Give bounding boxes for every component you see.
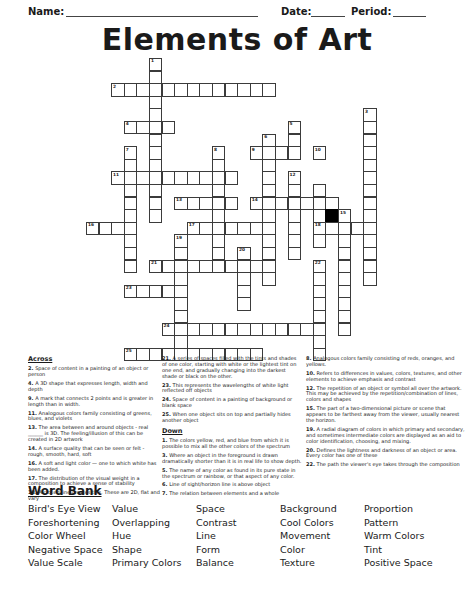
grid-cell[interactable] bbox=[325, 197, 338, 210]
grid-cell[interactable] bbox=[338, 310, 351, 323]
grid-cell[interactable] bbox=[363, 171, 376, 184]
grid-cell[interactable] bbox=[149, 96, 162, 109]
grid-cell[interactable] bbox=[124, 159, 137, 172]
grid-cell[interactable] bbox=[149, 146, 162, 159]
grid-cell[interactable] bbox=[149, 197, 162, 210]
page-title: Elements of Art bbox=[0, 22, 474, 57]
grid-cell[interactable] bbox=[262, 184, 275, 197]
clues-column-2: 21. A series of spaces filled with the t… bbox=[162, 356, 302, 500]
date-label: Date: bbox=[281, 6, 312, 17]
grid-cell[interactable] bbox=[187, 260, 200, 273]
grid-cell[interactable] bbox=[225, 83, 238, 96]
cell-number: 17 bbox=[189, 223, 195, 227]
grid-cell[interactable] bbox=[313, 184, 326, 197]
grid-cell[interactable] bbox=[212, 323, 225, 336]
grid-cell[interactable] bbox=[262, 197, 275, 210]
cell-number: 8 bbox=[214, 148, 217, 152]
grid-cell[interactable] bbox=[313, 234, 326, 247]
grid-cell[interactable] bbox=[313, 310, 326, 323]
date-input-line[interactable] bbox=[311, 4, 345, 17]
grid-cell[interactable] bbox=[212, 209, 225, 222]
worksheet: { "game": "crossword", "title": "Element… bbox=[0, 0, 474, 613]
grid-cell[interactable] bbox=[313, 335, 326, 348]
clue-5-down: 5. The name of any color as found in its… bbox=[162, 468, 302, 480]
grid-cell[interactable] bbox=[363, 184, 376, 197]
grid-cell[interactable] bbox=[313, 197, 326, 210]
grid-cell[interactable] bbox=[338, 285, 351, 298]
grid-cell[interactable] bbox=[237, 83, 250, 96]
grid-cell[interactable] bbox=[275, 146, 288, 159]
clues-column-1: Across 2. Space of content in a painting… bbox=[28, 356, 160, 505]
word-bank-column: Bird's Eye ViewForeshorteningColor Wheel… bbox=[28, 502, 112, 570]
grid-cell[interactable] bbox=[313, 323, 326, 336]
grid-cell[interactable] bbox=[212, 197, 225, 210]
grid-cell[interactable] bbox=[288, 146, 301, 159]
grid-cell[interactable] bbox=[262, 260, 275, 273]
grid-cell[interactable] bbox=[136, 171, 149, 184]
grid-cell[interactable] bbox=[363, 209, 376, 222]
grid-cell[interactable] bbox=[99, 222, 112, 235]
grid-cell[interactable]: 15 bbox=[338, 209, 351, 222]
word-bank-item: Line bbox=[196, 529, 280, 543]
grid-cell[interactable] bbox=[275, 197, 288, 210]
grid-cell[interactable] bbox=[149, 184, 162, 197]
grid-cell[interactable]: 23 bbox=[124, 285, 137, 298]
grid-cell[interactable] bbox=[174, 83, 187, 96]
word-bank-item: Form bbox=[196, 543, 280, 557]
clue-16-across: 16. A soft and light color — one to whic… bbox=[28, 461, 160, 473]
grid-cell[interactable] bbox=[237, 285, 250, 298]
grid-cell[interactable] bbox=[187, 323, 200, 336]
word-bank: Bird's Eye ViewForeshorteningColor Wheel… bbox=[28, 502, 458, 570]
grid-cell[interactable] bbox=[338, 222, 351, 235]
grid-cell[interactable] bbox=[162, 171, 175, 184]
grid-cell[interactable] bbox=[363, 146, 376, 159]
grid-cell[interactable] bbox=[149, 108, 162, 121]
cell-number: 22 bbox=[315, 261, 321, 265]
grid-cell[interactable] bbox=[288, 209, 301, 222]
clue-21-across: 21. A series of spaces filled with the t… bbox=[162, 356, 302, 380]
grid-cell[interactable] bbox=[149, 83, 162, 96]
grid-cell[interactable] bbox=[363, 247, 376, 260]
grid-cell[interactable] bbox=[338, 272, 351, 285]
word-bank-column: ValueOverlappingHueShapePrimary Colors bbox=[112, 502, 196, 570]
grid-cell[interactable] bbox=[174, 323, 187, 336]
clue-22-down: 22. The path the viewer's eye takes thro… bbox=[306, 462, 466, 468]
grid-cell[interactable] bbox=[124, 171, 137, 184]
grid-cell[interactable] bbox=[162, 285, 175, 298]
grid-cell[interactable]: 7 bbox=[124, 146, 137, 159]
cell-number: 2 bbox=[113, 85, 116, 89]
word-bank-item: Contrast bbox=[196, 516, 280, 530]
grid-cell[interactable] bbox=[174, 260, 187, 273]
clue-25-across: 25. When one object sits on top and part… bbox=[162, 412, 302, 424]
grid-cell[interactable] bbox=[225, 260, 238, 273]
grid-cell[interactable] bbox=[124, 197, 137, 210]
word-bank-title: Word Bank bbox=[28, 484, 102, 498]
grid-cell[interactable]: 11 bbox=[111, 171, 124, 184]
word-bank-item: Proportion bbox=[364, 502, 458, 516]
grid-cell[interactable]: 22 bbox=[313, 260, 326, 273]
grid-cell[interactable] bbox=[111, 222, 124, 235]
grid-cell[interactable] bbox=[262, 272, 275, 285]
grid-cell[interactable] bbox=[162, 83, 175, 96]
grid-cell[interactable] bbox=[338, 297, 351, 310]
grid-cell[interactable] bbox=[212, 83, 225, 96]
grid-cell[interactable]: 9 bbox=[250, 146, 263, 159]
grid-cell[interactable] bbox=[136, 285, 149, 298]
grid-cell[interactable] bbox=[149, 134, 162, 147]
word-bank-item: Tint bbox=[364, 543, 458, 557]
grid-cell[interactable] bbox=[325, 222, 338, 235]
grid-cell[interactable] bbox=[288, 134, 301, 147]
clue-12-down: 12. The repetition of an object or symbo… bbox=[306, 386, 466, 404]
word-bank-item: Warm Colors bbox=[364, 529, 458, 543]
grid-cell[interactable] bbox=[149, 71, 162, 84]
grid-cell[interactable] bbox=[212, 247, 225, 260]
grid-cell[interactable] bbox=[174, 297, 187, 310]
grid-cell[interactable] bbox=[237, 297, 250, 310]
word-bank-item: Value Scale bbox=[28, 556, 112, 570]
word-bank-item: Background bbox=[280, 502, 364, 516]
grid-cell[interactable] bbox=[199, 260, 212, 273]
grid-cell[interactable] bbox=[174, 272, 187, 285]
grid-cell[interactable] bbox=[237, 323, 250, 336]
grid-cell[interactable] bbox=[288, 234, 301, 247]
grid-cell[interactable] bbox=[237, 222, 250, 235]
cell-number: 16 bbox=[88, 223, 94, 227]
grid-cell[interactable] bbox=[363, 272, 376, 285]
word-bank-item: Hue bbox=[112, 529, 196, 543]
grid-cell[interactable] bbox=[363, 234, 376, 247]
word-bank-item: Balance bbox=[196, 556, 280, 570]
grid-cell[interactable] bbox=[363, 121, 376, 134]
clue-14-across: 14. A surface quality that can be seen o… bbox=[28, 446, 160, 458]
grid-cell[interactable] bbox=[162, 260, 175, 273]
grid-cell[interactable] bbox=[237, 260, 250, 273]
cell-number: 7 bbox=[126, 148, 129, 152]
word-bank-column: SpaceContrastLineFormBalance bbox=[196, 502, 280, 570]
word-bank-column: BackgroundCool ColorsMovementColorTextur… bbox=[280, 502, 364, 570]
name-label: Name: bbox=[28, 6, 64, 17]
grid-cell[interactable] bbox=[212, 222, 225, 235]
grid-cell[interactable] bbox=[338, 247, 351, 260]
grid-cell[interactable] bbox=[288, 323, 301, 336]
grid-cell[interactable] bbox=[288, 222, 301, 235]
grid-cell[interactable] bbox=[250, 323, 263, 336]
word-bank-item: Shape bbox=[112, 543, 196, 557]
cell-number: 21 bbox=[151, 261, 157, 265]
grid-cell[interactable] bbox=[338, 260, 351, 273]
grid-cell[interactable]: 14 bbox=[250, 197, 263, 210]
grid-cell[interactable] bbox=[187, 83, 200, 96]
cell-number: 25 bbox=[126, 349, 132, 353]
word-bank-item: Color bbox=[280, 543, 364, 557]
grid-cell[interactable] bbox=[149, 121, 162, 134]
grid-cell[interactable] bbox=[174, 171, 187, 184]
grid-cell[interactable] bbox=[225, 323, 238, 336]
grid-cell[interactable] bbox=[262, 146, 275, 159]
clue-19-down: 19. A radial diagram of colors in which … bbox=[306, 427, 466, 445]
clue-10-down: 10. Refers to differences in values, col… bbox=[306, 371, 466, 383]
clue-4-across: 4. A 3D shape that expresses length, wid… bbox=[28, 381, 160, 393]
grid-cell[interactable]: 13 bbox=[174, 197, 187, 210]
grid-cell[interactable] bbox=[212, 159, 225, 172]
grid-cell[interactable] bbox=[313, 272, 326, 285]
grid-cell[interactable] bbox=[262, 222, 275, 235]
grid-cell[interactable] bbox=[363, 197, 376, 210]
grid-cell[interactable] bbox=[174, 285, 187, 298]
clue-6-down: 6. Line of sight/horizon line is above o… bbox=[162, 482, 302, 488]
grid-cell[interactable] bbox=[199, 323, 212, 336]
grid-cell[interactable] bbox=[149, 171, 162, 184]
grid-cell[interactable] bbox=[187, 171, 200, 184]
grid-cell[interactable] bbox=[174, 247, 187, 260]
grid-cell[interactable] bbox=[124, 260, 137, 273]
cell-number: 20 bbox=[239, 248, 245, 252]
grid-cell[interactable] bbox=[338, 234, 351, 247]
word-bank-item: Pattern bbox=[364, 516, 458, 530]
cell-number: 3 bbox=[365, 110, 368, 114]
cell-number: 13 bbox=[176, 198, 182, 202]
word-bank-item: Cool Colors bbox=[280, 516, 364, 530]
grid-cell[interactable]: 5 bbox=[288, 121, 301, 134]
clue-24-across: 24. Space of content in a painting of ba… bbox=[162, 397, 302, 409]
grid-cell[interactable] bbox=[124, 83, 137, 96]
grid-cell[interactable]: 19 bbox=[174, 234, 187, 247]
grid-cell[interactable] bbox=[250, 83, 263, 96]
grid-cell[interactable] bbox=[262, 159, 275, 172]
grid-cell[interactable] bbox=[313, 285, 326, 298]
grid-cell[interactable] bbox=[250, 222, 263, 235]
grid-cell[interactable] bbox=[262, 209, 275, 222]
word-bank-item: Value bbox=[112, 502, 196, 516]
word-bank-item: Overlapping bbox=[112, 516, 196, 530]
grid-cell[interactable] bbox=[300, 197, 313, 210]
word-bank-item: Primary Colors bbox=[112, 556, 196, 570]
grid-cell[interactable]: 3 bbox=[363, 108, 376, 121]
grid-cell[interactable] bbox=[212, 260, 225, 273]
grid-cell[interactable] bbox=[225, 222, 238, 235]
grid-cell[interactable] bbox=[363, 260, 376, 273]
clue-11-across: 11. Analogous colors family consisting o… bbox=[28, 411, 160, 423]
grid-cell[interactable] bbox=[288, 197, 301, 210]
grid-cell[interactable] bbox=[363, 159, 376, 172]
cell-number: 9 bbox=[252, 148, 255, 152]
grid-cell[interactable] bbox=[262, 171, 275, 184]
clue-9-across: 9. A mark that connects 2 points and is … bbox=[28, 396, 160, 408]
cell-number: 18 bbox=[315, 223, 321, 227]
name-input-line[interactable] bbox=[66, 4, 258, 17]
grid-cell[interactable] bbox=[363, 134, 376, 147]
grid-cell[interactable] bbox=[300, 323, 313, 336]
grid-cell[interactable] bbox=[124, 209, 137, 222]
cell-number: 14 bbox=[252, 198, 258, 202]
grid-cell[interactable] bbox=[338, 323, 351, 336]
cell-number: 6 bbox=[264, 135, 267, 139]
grid-cell[interactable] bbox=[313, 209, 326, 222]
grid-cell[interactable]: 8 bbox=[212, 146, 225, 159]
grid-cell[interactable] bbox=[288, 247, 301, 260]
grid-cell[interactable] bbox=[262, 247, 275, 260]
clue-23-across: 23. This represents the wavelengths of w… bbox=[162, 383, 302, 395]
cell-number: 12 bbox=[289, 173, 295, 177]
word-bank-item: Negative Space bbox=[28, 543, 112, 557]
word-bank-column: ProportionPatternWarm ColorsTintPositive… bbox=[364, 502, 458, 570]
grid-cell[interactable] bbox=[363, 222, 376, 235]
grid-cell[interactable] bbox=[199, 83, 212, 96]
grid-cell[interactable] bbox=[212, 184, 225, 197]
grid-cell[interactable] bbox=[225, 171, 238, 184]
clue-2-across: 2. Space of content in a painting of an … bbox=[28, 366, 160, 378]
word-bank-item: Color Wheel bbox=[28, 529, 112, 543]
grid-cell[interactable]: 12 bbox=[288, 171, 301, 184]
clue-8-down: 8. Analogous colors family consisting of… bbox=[306, 356, 466, 368]
grid-cell[interactable]: 10 bbox=[313, 146, 326, 159]
grid-cell[interactable] bbox=[199, 171, 212, 184]
grid-cell[interactable] bbox=[212, 234, 225, 247]
cell-number: 11 bbox=[113, 173, 119, 177]
grid-cell[interactable]: 21 bbox=[149, 260, 162, 273]
grid-cell[interactable] bbox=[124, 247, 137, 260]
grid-cell[interactable] bbox=[275, 323, 288, 336]
grid-cell[interactable] bbox=[199, 197, 212, 210]
grid-cell[interactable]: 17 bbox=[187, 222, 200, 235]
clue-15-down: 15. The part of a two-dimensional pictur… bbox=[306, 406, 466, 424]
cell-number: 15 bbox=[340, 211, 346, 215]
clue-20-down: 20. Defines the lightness and darkness o… bbox=[306, 448, 466, 460]
grid-cell[interactable] bbox=[124, 222, 137, 235]
grid-cell[interactable] bbox=[262, 234, 275, 247]
down-header: Down bbox=[162, 428, 302, 436]
word-bank-item: Foreshortening bbox=[28, 516, 112, 530]
grid-cell[interactable] bbox=[174, 335, 187, 348]
clue-13-across: 13. The area between and around objects … bbox=[28, 425, 160, 443]
cell-number: 5 bbox=[289, 122, 292, 126]
grid-cell[interactable]: 2 bbox=[111, 83, 124, 96]
grid-cell[interactable] bbox=[136, 83, 149, 96]
clues-column-3: 8. Analogous colors family consisting of… bbox=[306, 356, 466, 471]
grid-cell[interactable]: 16 bbox=[86, 222, 99, 235]
word-bank-item: Positive Space bbox=[364, 556, 458, 570]
grid-cell[interactable] bbox=[288, 184, 301, 197]
grid-cell[interactable] bbox=[174, 310, 187, 323]
grid-cell[interactable] bbox=[149, 159, 162, 172]
grid-cell[interactable]: 20 bbox=[237, 247, 250, 260]
word-bank-item: Texture bbox=[280, 556, 364, 570]
grid-cell[interactable]: 1 bbox=[149, 58, 162, 71]
grid-cell[interactable] bbox=[124, 184, 137, 197]
grid-cell[interactable] bbox=[149, 285, 162, 298]
period-input-line[interactable] bbox=[393, 4, 426, 17]
grid-cell[interactable] bbox=[262, 83, 275, 96]
grid-cell[interactable] bbox=[225, 197, 238, 210]
grid-cell[interactable]: 18 bbox=[313, 222, 326, 235]
clue-3-down: 3. Where an object in the foreground is … bbox=[162, 453, 302, 465]
cell-number: 4 bbox=[126, 122, 129, 126]
cell-number: 24 bbox=[163, 324, 169, 328]
cell-number: 23 bbox=[126, 286, 132, 290]
cell-number: 10 bbox=[315, 148, 321, 152]
grid-cell[interactable]: 4 bbox=[124, 121, 137, 134]
grid-cell[interactable] bbox=[187, 197, 200, 210]
cell-number: 1 bbox=[151, 59, 154, 63]
grid-cell[interactable] bbox=[313, 297, 326, 310]
grid-cell[interactable] bbox=[149, 209, 162, 222]
grid-cell[interactable] bbox=[124, 234, 137, 247]
grid-cell[interactable] bbox=[162, 121, 175, 134]
crossword-grid: 1234567891011121314151617181920212223242… bbox=[86, 58, 378, 362]
word-bank-item: Space bbox=[196, 502, 280, 516]
grid-cell[interactable] bbox=[212, 171, 225, 184]
grid-cell[interactable] bbox=[237, 272, 250, 285]
grid-cell[interactable]: 6 bbox=[262, 134, 275, 147]
cell-number: 19 bbox=[176, 236, 182, 240]
grid-cell[interactable] bbox=[262, 323, 275, 336]
word-bank-item: Bird's Eye View bbox=[28, 502, 112, 516]
grid-cell[interactable] bbox=[351, 222, 364, 235]
word-bank-item: Movement bbox=[280, 529, 364, 543]
across-header: Across bbox=[28, 356, 160, 364]
blocked-cell bbox=[325, 209, 338, 222]
grid-cell[interactable] bbox=[199, 222, 212, 235]
grid-cell[interactable] bbox=[136, 121, 149, 134]
clue-7-down: 7. The relation between elements and a w… bbox=[162, 491, 302, 497]
grid-cell[interactable]: 24 bbox=[162, 323, 175, 336]
clue-1-down: 1. The colors yellow, red, and blue from… bbox=[162, 438, 302, 450]
period-label: Period: bbox=[351, 6, 392, 17]
grid-cell[interactable] bbox=[250, 260, 263, 273]
